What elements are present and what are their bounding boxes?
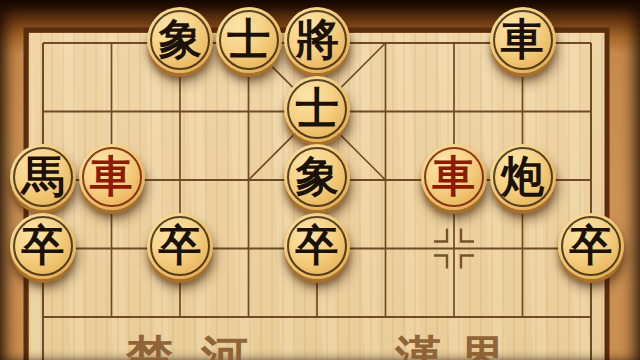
xiangqi-board: 楚河 漢界 象士將車士馬車象車炮卒卒卒卒 [0, 0, 640, 360]
piece-black-cannon[interactable]: 炮 [490, 144, 556, 210]
piece-black-chariot[interactable]: 車 [490, 7, 556, 73]
piece-glyph: 卒 [159, 212, 202, 278]
piece-black-elephant[interactable]: 象 [147, 7, 213, 73]
piece-glyph: 炮 [501, 143, 544, 209]
piece-black-advisor[interactable]: 士 [284, 76, 350, 142]
piece-black-horse[interactable]: 馬 [10, 144, 76, 210]
piece-black-general[interactable]: 將 [284, 7, 350, 73]
piece-glyph: 車 [90, 143, 133, 209]
piece-glyph: 象 [296, 143, 339, 209]
piece-black-soldier[interactable]: 卒 [10, 213, 76, 279]
river-label-left: 楚河 [126, 334, 276, 360]
piece-red-chariot[interactable]: 車 [79, 144, 145, 210]
piece-glyph: 卒 [570, 212, 613, 278]
piece-glyph: 士 [227, 6, 270, 72]
piece-black-soldier[interactable]: 卒 [558, 213, 624, 279]
piece-glyph: 士 [296, 75, 339, 141]
piece-black-advisor[interactable]: 士 [216, 7, 282, 73]
river-label-right: 漢界 [395, 334, 523, 360]
piece-black-elephant[interactable]: 象 [284, 144, 350, 210]
piece-glyph: 車 [501, 6, 544, 72]
piece-glyph: 將 [296, 6, 339, 72]
piece-glyph: 卒 [22, 212, 65, 278]
piece-glyph: 車 [433, 143, 476, 209]
piece-glyph: 卒 [296, 212, 339, 278]
piece-black-soldier[interactable]: 卒 [284, 213, 350, 279]
piece-black-soldier[interactable]: 卒 [147, 213, 213, 279]
piece-glyph: 馬 [22, 143, 65, 209]
piece-red-chariot[interactable]: 車 [421, 144, 487, 210]
piece-glyph: 象 [159, 6, 202, 72]
